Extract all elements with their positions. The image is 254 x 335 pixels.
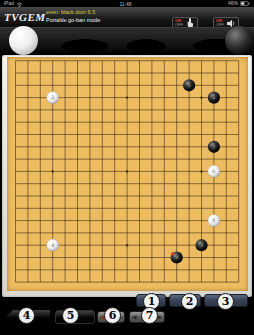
- title-bar: TVGEM even: black dum 6.5 Portable go-ba…: [0, 7, 254, 28]
- stone-move-2: 2: [47, 92, 59, 104]
- clock: 11:48: [119, 1, 131, 7]
- svg-text:2: 2: [51, 95, 54, 100]
- stone-move-8: 8: [208, 215, 220, 227]
- wifi-icon: [16, 1, 23, 7]
- annotation-circle-6: 6: [104, 307, 121, 324]
- stone-move-5: 5: [183, 79, 195, 91]
- svg-text:7: 7: [212, 145, 215, 150]
- annotation-circle-3: 3: [217, 293, 234, 310]
- mode-label: Portable go-ban mode: [46, 17, 100, 23]
- app-logo: TVGEM: [4, 11, 46, 23]
- stone-move-6: 6: [208, 165, 220, 177]
- step-forward-icon-left: ◀: [132, 314, 137, 320]
- stone-move-3: 3: [195, 239, 207, 251]
- stone-move-4: 4: [47, 239, 59, 251]
- game-info-label: even: black dum 6.5: [46, 9, 95, 15]
- svg-text:8: 8: [212, 218, 215, 223]
- player-bar: White Black 0 C.S. 0: [0, 27, 254, 55]
- annotation-circle-2: 2: [181, 293, 198, 310]
- annotation-circle-5: 5: [62, 307, 79, 324]
- status-bar: iPad 11:48 46%: [0, 0, 254, 7]
- step-forward-icon: ▶: [157, 314, 162, 320]
- goban-svg: 123456789: [7, 57, 248, 291]
- svg-text:4: 4: [51, 243, 54, 248]
- annotation-circle-7: 7: [141, 307, 158, 324]
- battery-icon: [240, 1, 250, 6]
- svg-text:5: 5: [188, 83, 191, 88]
- annotation-circle-4: 4: [18, 307, 35, 324]
- white-stone-indicator: [9, 26, 38, 55]
- svg-text:6: 6: [212, 169, 215, 174]
- stone-move-7: 7: [208, 141, 220, 153]
- device-label: iPad: [4, 1, 14, 6]
- stone-move-9: 9: [171, 251, 183, 263]
- svg-text:9: 9: [175, 255, 178, 260]
- last-move-marker: [171, 253, 174, 256]
- go-board[interactable]: 123456789: [7, 57, 248, 291]
- svg-text:3: 3: [200, 243, 203, 248]
- battery-percent: 46%: [228, 1, 238, 6]
- stone-move-1: 1: [208, 92, 220, 104]
- app-screen: iPad 11:48 46% TVGEM even: black dum 6.5…: [0, 0, 254, 335]
- black-stone-indicator: [225, 26, 254, 55]
- svg-text:1: 1: [212, 95, 215, 100]
- board-frame: 123456789: [2, 55, 252, 297]
